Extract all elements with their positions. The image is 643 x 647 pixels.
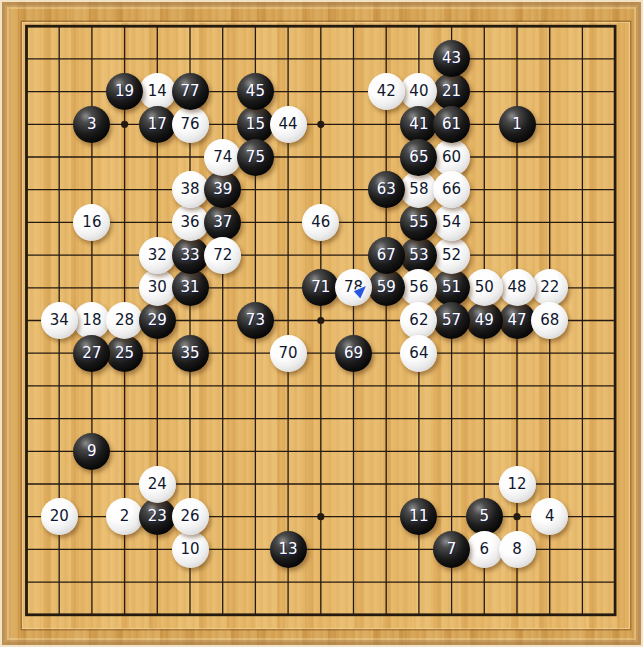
move-number: 48 [507, 269, 526, 306]
move-number: 67 [377, 237, 396, 274]
stone-black: 73 [237, 302, 274, 339]
stone-black: 59 [368, 269, 405, 306]
move-number: 43 [442, 40, 461, 77]
stone-white: 32 [139, 237, 176, 274]
go-board[interactable]: 1234567891011121314151617181920212223242… [0, 0, 643, 647]
move-number: 71 [311, 269, 330, 306]
move-number: 7 [447, 531, 457, 568]
stones-layer: 1234567891011121314151617181920212223242… [0, 0, 643, 647]
move-number: 14 [148, 73, 167, 110]
stone-black: 17 [139, 106, 176, 143]
move-number: 49 [475, 302, 494, 339]
move-number: 77 [180, 73, 199, 110]
stone-black: 5 [466, 498, 503, 535]
stone-white: 34 [41, 302, 78, 339]
move-number: 38 [180, 171, 199, 208]
stone-white: 16 [73, 204, 110, 241]
move-number: 51 [442, 269, 461, 306]
move-number: 37 [213, 204, 232, 241]
move-number: 3 [87, 106, 97, 143]
stone-black: 67 [368, 237, 405, 274]
move-number: 63 [377, 171, 396, 208]
stone-white: 52 [433, 237, 470, 274]
move-number: 73 [246, 302, 265, 339]
stone-black: 25 [106, 335, 143, 372]
move-number: 35 [180, 335, 199, 372]
move-number: 47 [507, 302, 526, 339]
move-number: 56 [409, 269, 428, 306]
move-number: 18 [82, 302, 101, 339]
move-number: 33 [180, 237, 199, 274]
stone-black: 53 [400, 237, 437, 274]
move-number: 68 [540, 302, 559, 339]
move-number: 40 [409, 73, 428, 110]
stone-white: 54 [433, 204, 470, 241]
move-number: 55 [409, 204, 428, 241]
stone-black: 39 [204, 171, 241, 208]
stone-black: 3 [73, 106, 110, 143]
stone-white: 28 [106, 302, 143, 339]
move-number: 27 [82, 335, 101, 372]
stone-white: 64 [400, 335, 437, 372]
stone-white: 22 [531, 269, 568, 306]
move-number: 31 [180, 269, 199, 306]
move-number: 29 [148, 302, 167, 339]
stone-black: 65 [400, 139, 437, 176]
move-number: 13 [279, 531, 298, 568]
move-number: 12 [507, 466, 526, 503]
stone-black: 33 [172, 237, 209, 274]
move-number: 32 [148, 237, 167, 274]
move-number: 58 [409, 171, 428, 208]
stone-white: 76 [172, 106, 209, 143]
move-number: 34 [50, 302, 69, 339]
move-number: 53 [409, 237, 428, 274]
move-number: 76 [180, 106, 199, 143]
stone-white: 72 [204, 237, 241, 274]
move-number: 1 [512, 106, 522, 143]
stone-white: 14 [139, 73, 176, 110]
move-number: 5 [480, 498, 490, 535]
stone-black: 9 [73, 433, 110, 470]
move-number: 65 [409, 139, 428, 176]
move-number: 2 [120, 498, 130, 535]
move-number: 26 [180, 498, 199, 535]
stone-black: 27 [73, 335, 110, 372]
move-number: 46 [311, 204, 330, 241]
stone-black: 47 [499, 302, 536, 339]
stone-white: 74 [204, 139, 241, 176]
stone-black: 7 [433, 531, 470, 568]
stone-white: 42 [368, 73, 405, 110]
move-number: 60 [442, 139, 461, 176]
move-number: 20 [50, 498, 69, 535]
stone-black: 21 [433, 73, 470, 110]
stone-white: 6 [466, 531, 503, 568]
move-number: 15 [246, 106, 265, 143]
move-number: 72 [213, 237, 232, 274]
move-number: 6 [480, 531, 490, 568]
stone-black: 57 [433, 302, 470, 339]
stone-black: 45 [237, 73, 274, 110]
stone-black: 19 [106, 73, 143, 110]
move-number: 45 [246, 73, 265, 110]
stone-white: 18 [73, 302, 110, 339]
stone-black: 69 [335, 335, 372, 372]
stone-white: 56 [400, 269, 437, 306]
stone-black: 11 [400, 498, 437, 535]
stone-white: 60 [433, 139, 470, 176]
stone-white: 30 [139, 269, 176, 306]
move-number: 24 [148, 466, 167, 503]
stone-black: 31 [172, 269, 209, 306]
move-number: 70 [279, 335, 298, 372]
move-number: 17 [148, 106, 167, 143]
move-number: 28 [115, 302, 134, 339]
stone-black: 51 [433, 269, 470, 306]
stone-black: 49 [466, 302, 503, 339]
stone-white: 8 [499, 531, 536, 568]
move-number: 21 [442, 73, 461, 110]
stone-white: 46 [302, 204, 339, 241]
stone-black: 37 [204, 204, 241, 241]
stone-black: 77 [172, 73, 209, 110]
stone-white: 68 [531, 302, 568, 339]
stone-black: 61 [433, 106, 470, 143]
move-number: 64 [409, 335, 428, 372]
move-number: 36 [180, 204, 199, 241]
stone-white: 40 [400, 73, 437, 110]
move-number: 39 [213, 171, 232, 208]
stone-white: 24 [139, 466, 176, 503]
move-number: 59 [377, 269, 396, 306]
stone-black: 23 [139, 498, 176, 535]
stone-black: 41 [400, 106, 437, 143]
move-number: 50 [475, 269, 494, 306]
move-number: 54 [442, 204, 461, 241]
stone-white: 58 [400, 171, 437, 208]
stone-white: 38 [172, 171, 209, 208]
stone-white: 50 [466, 269, 503, 306]
move-number: 42 [377, 73, 396, 110]
stone-white: 70 [270, 335, 307, 372]
stone-white: 10 [172, 531, 209, 568]
last-move-triangle-icon [351, 283, 369, 301]
stone-white: 78 [335, 269, 372, 306]
move-number: 4 [545, 498, 555, 535]
stone-black: 13 [270, 531, 307, 568]
move-number: 61 [442, 106, 461, 143]
stone-white: 48 [499, 269, 536, 306]
stone-white: 44 [270, 106, 307, 143]
move-number: 9 [87, 433, 97, 470]
move-number: 30 [148, 269, 167, 306]
stone-black: 15 [237, 106, 274, 143]
move-number: 52 [442, 237, 461, 274]
stone-black: 29 [139, 302, 176, 339]
stone-white: 2 [106, 498, 143, 535]
stone-black: 1 [499, 106, 536, 143]
move-number: 75 [246, 139, 265, 176]
move-number: 62 [409, 302, 428, 339]
move-number: 66 [442, 171, 461, 208]
stone-white: 4 [531, 498, 568, 535]
stone-black: 75 [237, 139, 274, 176]
stone-black: 43 [433, 40, 470, 77]
move-number: 16 [82, 204, 101, 241]
stone-white: 20 [41, 498, 78, 535]
move-number: 19 [115, 73, 134, 110]
stone-black: 35 [172, 335, 209, 372]
move-number: 22 [540, 269, 559, 306]
stone-black: 63 [368, 171, 405, 208]
move-number: 69 [344, 335, 363, 372]
move-number: 41 [409, 106, 428, 143]
stone-white: 62 [400, 302, 437, 339]
stone-white: 36 [172, 204, 209, 241]
move-number: 8 [512, 531, 522, 568]
move-number: 74 [213, 139, 232, 176]
move-number: 57 [442, 302, 461, 339]
move-number: 11 [409, 498, 428, 535]
stone-white: 12 [499, 466, 536, 503]
move-number: 44 [279, 106, 298, 143]
move-number: 25 [115, 335, 134, 372]
move-number: 23 [148, 498, 167, 535]
stone-black: 71 [302, 269, 339, 306]
stone-black: 55 [400, 204, 437, 241]
stone-white: 26 [172, 498, 209, 535]
move-number: 10 [180, 531, 199, 568]
stone-white: 66 [433, 171, 470, 208]
